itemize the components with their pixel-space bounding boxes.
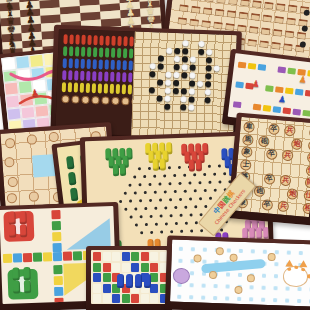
go-stone: [205, 73, 211, 79]
military-piece: [273, 29, 283, 37]
track-cell: [53, 252, 62, 261]
go-stone: [182, 40, 188, 46]
go-stone: [149, 87, 155, 93]
board-hole: [218, 164, 221, 167]
military-piece: [271, 42, 281, 50]
xiangqi-piece: 卒: [265, 148, 277, 160]
board-hole: [184, 206, 187, 209]
ludo-cell: [103, 263, 111, 272]
track-cell: [52, 221, 61, 230]
wooden-disc: [91, 96, 99, 104]
board-hole: [209, 197, 212, 200]
tray-piece: [99, 47, 103, 57]
blue-pawn: [144, 274, 151, 288]
path-cell: [295, 89, 304, 96]
military-piece: [189, 19, 199, 27]
tray-piece-row: [62, 46, 132, 58]
military-piece: [238, 12, 248, 20]
track-cell: [53, 243, 62, 252]
green-pawn: [68, 172, 77, 186]
track-cell: [54, 276, 63, 285]
military-piece: [228, 0, 238, 5]
board-hole: [158, 183, 161, 186]
path-pawn: ♟: [251, 79, 260, 89]
board-hole: [135, 223, 138, 226]
xiangqi-board-face: 車馬象士將士象砲砲卒卒卒卒兵兵兵兵炮炮車馬相仕帥仕相: [233, 117, 310, 217]
path-cell: [258, 64, 267, 71]
path-cell: [292, 109, 301, 116]
military-piece: [283, 43, 293, 51]
track-cell: [43, 252, 52, 261]
go-stone: [174, 48, 180, 54]
board-hole: [124, 192, 127, 195]
xiangqi-piece: 炮: [287, 188, 299, 200]
board-hole: [164, 190, 167, 193]
board-hole: [189, 197, 192, 200]
tray-piece: [105, 36, 109, 46]
board-hole: [138, 183, 141, 186]
wooden-disc: [81, 96, 89, 104]
board-hole: [133, 175, 136, 178]
tray-piece: [92, 71, 96, 81]
go-stone: [156, 95, 162, 101]
board-hole: [208, 181, 211, 184]
tray-piece: [63, 46, 67, 56]
board-hole: [153, 175, 156, 178]
xiangqi-piece: 相: [302, 202, 310, 214]
track-cell: [13, 253, 22, 262]
xiangqi-piece: 兵: [280, 175, 292, 187]
board-hole: [194, 189, 197, 192]
go-stone: [204, 97, 210, 103]
military-piece: [286, 17, 296, 25]
path-cell: [277, 66, 286, 73]
military-piece: [191, 6, 201, 14]
military-piece: [177, 17, 187, 25]
tray-piece-row: [62, 34, 132, 46]
wooden-disc: [71, 95, 79, 103]
tray-piece: [105, 48, 109, 58]
board-hole: [119, 200, 122, 203]
board-hole: [170, 214, 173, 217]
go-stone: [182, 48, 188, 54]
tray-piece: [80, 83, 84, 93]
ludo-cell: [141, 263, 149, 272]
blueludo-face: [91, 250, 167, 304]
animal-disc: [4, 157, 15, 168]
tray-piece: [117, 36, 121, 46]
checkers-peg: [112, 164, 118, 176]
xiangqi-piece: 兵: [277, 200, 289, 212]
military-piece: [204, 0, 214, 2]
tray-piece: [105, 60, 109, 70]
path-cell: [248, 63, 257, 70]
track-cell: [23, 253, 32, 262]
tray-piece: [62, 70, 66, 80]
path-pawn: ♟: [298, 75, 307, 85]
board-hole: [175, 222, 178, 225]
go-stone: [180, 104, 186, 110]
go-stone: [189, 73, 195, 79]
military-piece: [262, 14, 272, 22]
board-hole: [169, 198, 172, 201]
path-cell: [263, 105, 272, 112]
tray-piece: [117, 48, 121, 58]
board-hole: [203, 173, 206, 176]
path-cell: [235, 81, 244, 88]
checkers-peg: [188, 159, 194, 171]
go-stone: [158, 63, 164, 69]
board-hole: [173, 174, 176, 177]
ludo-cell: [93, 263, 101, 272]
ludo-cell: [131, 263, 139, 272]
board-hole: [185, 222, 188, 225]
tray-piece: [63, 58, 67, 68]
go-board-face: [55, 29, 237, 139]
board-hole: [188, 181, 191, 184]
xiangqi-piece: 砲: [258, 135, 270, 147]
board-hole: [164, 206, 167, 209]
tray-piece: [123, 60, 127, 70]
tray-piece: [68, 70, 72, 80]
checkers-peg: [256, 227, 262, 239]
green-pawn: [23, 267, 30, 280]
red-pawn: [19, 211, 26, 224]
track-cell: [54, 287, 63, 296]
tray-piece: [128, 84, 132, 94]
military-piece: [201, 20, 211, 28]
board-hole: [194, 205, 197, 208]
track-cell: [54, 298, 63, 304]
cat-ear: [299, 260, 307, 267]
tray-piece: [111, 48, 115, 58]
military-piece: [240, 0, 250, 7]
go-stone: [166, 48, 172, 54]
board-hole: [208, 165, 211, 168]
tray-piece: [75, 59, 79, 69]
track-cell: [51, 210, 60, 219]
tray-piece: [62, 82, 66, 92]
tray-piece: [92, 83, 96, 93]
ludo-cell: [93, 252, 101, 261]
go-stone: [174, 56, 180, 62]
xiangqi-piece: 兵: [282, 150, 294, 162]
tray-piece: [128, 72, 132, 82]
tray-piece: [87, 59, 91, 69]
tray-piece: [99, 35, 103, 45]
board-hole: [154, 207, 157, 210]
military-piece: [264, 2, 274, 10]
ludo-cell: [103, 294, 111, 303]
tray-piece: [129, 48, 133, 58]
go-stone: [164, 96, 170, 102]
ludo-cell: [131, 294, 139, 303]
tray-piece: [80, 71, 84, 81]
board-hole: [223, 172, 226, 175]
go-stone: [189, 81, 195, 87]
tray-piece: [98, 71, 102, 81]
board-hole: [180, 214, 183, 217]
board-hole: [220, 228, 223, 231]
product-photo: ♜♟♟♜♞♟♟♞♝♟♟♝♛♟♟♛♚♟♟♚♝♟♟♝♞♟♟♞♜♟♟♜ ♟♟♟ ♟♟♟…: [0, 0, 310, 310]
tray-piece: [117, 60, 121, 70]
xiangqi-board: 車馬象士將士象砲砲卒卒卒卒兵兵兵兵炮炮車馬相仕帥仕相: [228, 112, 310, 225]
board-hole: [178, 166, 181, 169]
go-stone: [165, 80, 171, 86]
piece-storage-tray: [55, 29, 135, 136]
ludo-cell: [150, 252, 158, 261]
blue-pawn: [135, 274, 142, 288]
tray-piece: [75, 35, 79, 45]
mouse-piece: [234, 286, 242, 294]
mouse-piece: [247, 274, 255, 282]
go-stone: [173, 80, 179, 86]
military-piece: [179, 4, 189, 12]
military-piece: [274, 16, 284, 24]
ludo-cell: [93, 284, 101, 293]
ludo-cell: [103, 252, 111, 261]
go-stone: [173, 88, 179, 94]
board-hole: [193, 173, 196, 176]
tray-piece: [81, 47, 85, 57]
board-hole: [129, 200, 132, 203]
path-cell: [273, 106, 282, 113]
animal-disc: [48, 132, 59, 143]
go-stone: [190, 65, 196, 71]
military-piece: [252, 0, 262, 8]
dark-piece: [299, 41, 306, 48]
tray-piece: [75, 47, 79, 57]
tray-piece: [87, 47, 91, 57]
blue-triangle: [66, 218, 111, 250]
ludo-cell: [150, 263, 158, 272]
tray-piece: [129, 36, 133, 46]
checkers-peg: [195, 159, 201, 171]
mouse-piece: [216, 247, 224, 255]
tray-piece: [93, 47, 97, 57]
board-hole: [138, 167, 141, 170]
ludo-cell: [103, 273, 111, 282]
board-hole: [165, 222, 168, 225]
go-stone: [198, 49, 204, 55]
tray-piece-row: [62, 58, 132, 70]
board-hole: [130, 216, 133, 219]
track-cell: [53, 265, 62, 274]
tray-piece: [69, 46, 73, 56]
tray-piece: [93, 35, 97, 45]
go-stone: [197, 81, 203, 87]
go-stone: [189, 89, 195, 95]
xiangqi-piece: 砲: [254, 185, 266, 197]
xiangqi-piece: 士: [240, 159, 252, 171]
ludo-cell: [112, 252, 120, 261]
go-stone: [158, 55, 164, 61]
animal-disc: [7, 177, 18, 188]
tray-piece: [69, 58, 73, 68]
xiangqi-piece: 相: [306, 152, 310, 164]
board-hole: [200, 229, 203, 232]
board-hole: [140, 215, 143, 218]
go-stone: [165, 72, 171, 78]
tray-piece: [63, 34, 67, 44]
go-stone: [188, 104, 194, 110]
board-hole: [124, 208, 127, 211]
red-pawn: [20, 224, 27, 237]
board-hole: [183, 174, 186, 177]
go-stone: [164, 104, 170, 110]
military-piece: [276, 3, 286, 11]
go-stone: [206, 57, 212, 63]
board-hole: [214, 189, 217, 192]
board-hole: [178, 182, 181, 185]
ludo-cell: [150, 284, 158, 293]
path-cell: [233, 101, 242, 108]
ludo-cell: [103, 284, 111, 293]
tray-piece: [86, 71, 90, 81]
board-hole: [198, 181, 201, 184]
go-stone: [214, 65, 220, 71]
board-hole: [148, 167, 151, 170]
military-piece: [192, 0, 202, 1]
xiangqi-piece: 帥: [304, 177, 310, 189]
green-pawn: [12, 267, 19, 280]
go-grid: [131, 32, 237, 139]
tray-piece: [122, 72, 126, 82]
dark-piece: [301, 25, 308, 32]
ludo-cell: [122, 263, 130, 272]
green-pawn: [24, 280, 31, 293]
xiangqi-piece: 炮: [291, 138, 303, 150]
tray-piece: [87, 35, 91, 45]
tray-piece: [123, 36, 127, 46]
animal-disc: [5, 138, 16, 149]
red-pawn: [8, 211, 15, 224]
board-hole: [180, 230, 183, 233]
go-stone: [157, 79, 163, 85]
mouse-piece: [268, 253, 276, 261]
board-hole: [204, 205, 207, 208]
tray-piece: [81, 59, 85, 69]
go-stone: [181, 88, 187, 94]
board-hole: [160, 215, 163, 218]
tray-piece: [99, 59, 103, 69]
go-stone: [182, 56, 188, 62]
military-piece: [203, 7, 213, 15]
go-stone: [190, 57, 196, 63]
military-piece: [259, 40, 269, 48]
tray-piece: [74, 82, 78, 92]
military-piece: [285, 30, 295, 38]
cat-ear: [285, 260, 293, 267]
board-hole: [144, 191, 147, 194]
go-stone: [206, 65, 212, 71]
board-hole: [134, 207, 137, 210]
go-stone: [181, 72, 187, 78]
path-cell: [287, 68, 296, 75]
tray-piece: [86, 83, 90, 93]
track-cell: [73, 251, 82, 260]
checkers-peg: [152, 159, 158, 171]
tray-piece: [122, 84, 126, 94]
xiangqi-piece: 車: [243, 121, 255, 133]
wooden-disc: [101, 96, 109, 104]
blue-pawn: [117, 274, 124, 288]
path-cell: [302, 110, 310, 117]
xiangqi-piece: 卒: [261, 199, 273, 211]
green-pawn: [70, 188, 79, 202]
tray-piece: [93, 59, 97, 69]
path-cell: [307, 70, 310, 77]
military-piece: [250, 13, 260, 21]
tray-piece: [110, 84, 114, 94]
board-hole: [190, 229, 193, 232]
animal-disc: [27, 134, 38, 145]
ludo-cell: [122, 252, 130, 261]
tray-piece: [81, 35, 85, 45]
board-hole: [150, 215, 153, 218]
board-hole: [140, 231, 143, 234]
tray-piece: [116, 72, 120, 82]
military-piece: [216, 0, 226, 4]
board-hole: [150, 231, 153, 234]
xiangqi-piece: 仕: [305, 164, 310, 176]
xiangqi-piece: 卒: [263, 173, 275, 185]
go-stone: [165, 88, 171, 94]
path-cell: [275, 86, 284, 93]
go-stone: [149, 71, 155, 77]
xiangqi-piece: 仕: [303, 190, 310, 202]
ludo-cell: [122, 294, 130, 303]
go-stone: [205, 89, 211, 95]
board-hole: [134, 191, 137, 194]
path-cell: [238, 62, 247, 69]
tray-piece: [98, 83, 102, 93]
tray-piece: [104, 84, 108, 94]
wooden-disc: [111, 97, 119, 105]
cat-board-face: [170, 240, 310, 307]
go-stone: [205, 81, 211, 87]
board-hole: [190, 213, 193, 216]
blue-ludo-board: [86, 246, 172, 310]
tray-piece: [111, 60, 115, 70]
checkers-peg: [119, 164, 125, 176]
military-piece: [296, 32, 306, 40]
military-piece: [261, 27, 271, 35]
ludo-cell: [150, 294, 158, 303]
board-hole: [168, 166, 171, 169]
board-hole: [184, 190, 187, 193]
go-stone: [150, 63, 156, 69]
go-stone: [198, 41, 204, 47]
go-stone: [182, 64, 188, 70]
tray-piece-row: [61, 70, 131, 82]
xiangqi-piece: 車: [308, 127, 310, 139]
tray-piece: [111, 36, 115, 46]
path-cell: [285, 88, 294, 95]
tray-piece: [104, 72, 108, 82]
board-hole: [213, 173, 216, 176]
board-hole: [163, 174, 166, 177]
cat-tail: [307, 274, 310, 278]
tray-disc-row: [60, 94, 130, 106]
tray-piece-row: [61, 82, 131, 94]
go-stone: [180, 96, 186, 102]
board-hole: [168, 182, 171, 185]
go-stone: [173, 72, 179, 78]
animal-disc: [7, 193, 18, 204]
xiangqi-piece: 卒: [268, 123, 280, 135]
military-piece: [249, 26, 259, 34]
